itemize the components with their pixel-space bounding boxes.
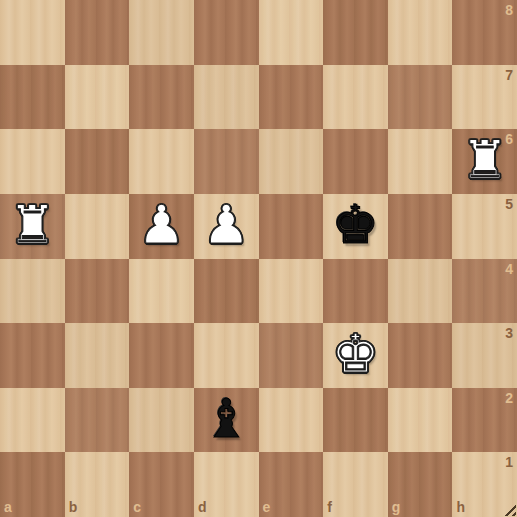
square-b6[interactable] (65, 129, 130, 194)
square-h5[interactable]: 5 (452, 194, 517, 259)
square-c3[interactable] (129, 323, 194, 388)
square-b7[interactable] (65, 65, 130, 130)
square-f5[interactable]: ♚ (323, 194, 388, 259)
rank-label-5: 5 (505, 197, 513, 211)
white-king-f3[interactable]: ♚ (332, 327, 380, 380)
square-e3[interactable] (259, 323, 324, 388)
square-g7[interactable] (388, 65, 453, 130)
square-e8[interactable] (259, 0, 324, 65)
square-f8[interactable] (323, 0, 388, 65)
square-a3[interactable] (0, 323, 65, 388)
square-a1[interactable]: a (0, 452, 65, 517)
square-g5[interactable] (388, 194, 453, 259)
file-label-a: a (4, 500, 12, 514)
square-g1[interactable]: g (388, 452, 453, 517)
square-c5[interactable]: ♟ (129, 194, 194, 259)
square-c2[interactable] (129, 388, 194, 453)
square-h8[interactable]: 8 (452, 0, 517, 65)
square-f7[interactable] (323, 65, 388, 130)
square-e5[interactable] (259, 194, 324, 259)
square-c6[interactable] (129, 129, 194, 194)
square-b4[interactable] (65, 259, 130, 324)
square-d7[interactable] (194, 65, 259, 130)
square-d4[interactable] (194, 259, 259, 324)
file-label-c: c (133, 500, 141, 514)
square-b8[interactable] (65, 0, 130, 65)
square-a6[interactable] (0, 129, 65, 194)
square-d1[interactable]: d (194, 452, 259, 517)
black-bishop-d2[interactable]: ♝ (202, 392, 250, 445)
square-f6[interactable] (323, 129, 388, 194)
square-d2[interactable]: ♝ (194, 388, 259, 453)
square-c7[interactable] (129, 65, 194, 130)
square-d5[interactable]: ♟ (194, 194, 259, 259)
square-h2[interactable]: 2 (452, 388, 517, 453)
black-king-f5[interactable]: ♚ (332, 198, 380, 251)
file-label-e: e (263, 500, 271, 514)
square-g6[interactable] (388, 129, 453, 194)
rank-label-7: 7 (505, 68, 513, 82)
square-f1[interactable]: f (323, 452, 388, 517)
square-f4[interactable] (323, 259, 388, 324)
square-h6[interactable]: 6♜ (452, 129, 517, 194)
file-label-h: h (456, 500, 465, 514)
square-g8[interactable] (388, 0, 453, 65)
square-d6[interactable] (194, 129, 259, 194)
square-f3[interactable]: ♚ (323, 323, 388, 388)
white-rook-h6[interactable]: ♜ (461, 133, 509, 186)
square-h3[interactable]: 3 (452, 323, 517, 388)
square-e1[interactable]: e (259, 452, 324, 517)
square-a2[interactable] (0, 388, 65, 453)
square-a7[interactable] (0, 65, 65, 130)
white-pawn-c5[interactable]: ♟ (138, 198, 186, 251)
square-c4[interactable] (129, 259, 194, 324)
file-label-f: f (327, 500, 332, 514)
white-pawn-d5[interactable]: ♟ (202, 198, 250, 251)
white-rook-a5[interactable]: ♜ (9, 198, 57, 251)
square-b2[interactable] (65, 388, 130, 453)
rank-label-2: 2 (505, 391, 513, 405)
square-e2[interactable] (259, 388, 324, 453)
square-b3[interactable] (65, 323, 130, 388)
square-h1[interactable]: 1h (452, 452, 517, 517)
square-g3[interactable] (388, 323, 453, 388)
file-label-d: d (198, 500, 207, 514)
square-e7[interactable] (259, 65, 324, 130)
square-e6[interactable] (259, 129, 324, 194)
rank-label-8: 8 (505, 3, 513, 17)
square-d8[interactable] (194, 0, 259, 65)
rank-label-4: 4 (505, 262, 513, 276)
square-e4[interactable] (259, 259, 324, 324)
square-a5[interactable]: ♜ (0, 194, 65, 259)
rank-label-1: 1 (505, 455, 513, 469)
file-label-g: g (392, 500, 401, 514)
square-a8[interactable] (0, 0, 65, 65)
square-b1[interactable]: b (65, 452, 130, 517)
square-f2[interactable] (323, 388, 388, 453)
file-label-b: b (69, 500, 78, 514)
square-c8[interactable] (129, 0, 194, 65)
square-d3[interactable] (194, 323, 259, 388)
square-b5[interactable] (65, 194, 130, 259)
square-h4[interactable]: 4 (452, 259, 517, 324)
rank-label-3: 3 (505, 326, 513, 340)
square-g2[interactable] (388, 388, 453, 453)
square-a4[interactable] (0, 259, 65, 324)
square-g4[interactable] (388, 259, 453, 324)
square-h7[interactable]: 7 (452, 65, 517, 130)
square-c1[interactable]: c (129, 452, 194, 517)
chess-board: 876♜♜♟♟♚54♚3♝2abcdefg1h (0, 0, 517, 517)
